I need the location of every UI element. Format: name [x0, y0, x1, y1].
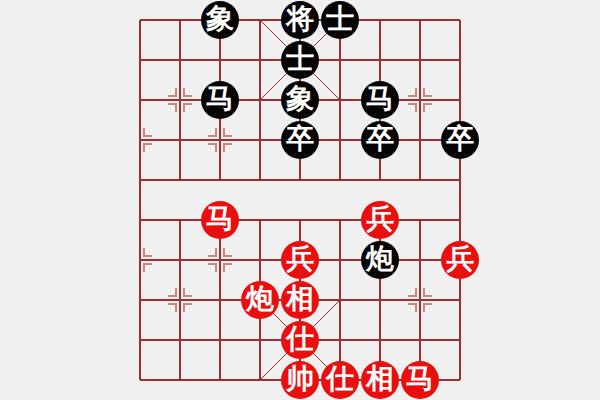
board-point: 炮 [240, 280, 280, 320]
piece-black-soldier[interactable]: 卒 [281, 121, 319, 159]
piece-black-advisor[interactable]: 士 [281, 41, 319, 79]
board-point: 士 [280, 40, 320, 80]
board-point: 兵 [280, 240, 320, 280]
piece-red-soldier[interactable]: 兵 [361, 201, 399, 239]
piece-black-advisor[interactable]: 士 [321, 1, 359, 39]
board-point: 相 [280, 280, 320, 320]
piece-black-elephant[interactable]: 象 [201, 1, 239, 39]
board-point: 将 [280, 0, 320, 40]
piece-red-elephant[interactable]: 相 [281, 281, 319, 319]
piece-red-elephant[interactable]: 相 [361, 361, 399, 399]
piece-red-soldier[interactable]: 兵 [281, 241, 319, 279]
board-point: 兵 [360, 200, 400, 240]
board-point: 相 [360, 360, 400, 400]
board-point: 仕 [320, 360, 360, 400]
board-point: 帅 [280, 360, 320, 400]
piece-red-horse[interactable]: 马 [201, 201, 239, 239]
piece-red-soldier[interactable]: 兵 [441, 241, 479, 279]
board-point: 仕 [280, 320, 320, 360]
board-point: 卒 [280, 120, 320, 160]
piece-black-soldier[interactable]: 卒 [441, 121, 479, 159]
board-point: 马 [360, 80, 400, 120]
board-point: 马 [400, 360, 440, 400]
board-point: 象 [200, 0, 240, 40]
xiangqi-board-screen: 象将士士马象马卒卒卒马兵兵炮兵炮相仕帅仕相马 [0, 0, 600, 400]
piece-black-elephant[interactable]: 象 [281, 81, 319, 119]
piece-red-general[interactable]: 帅 [281, 361, 319, 399]
piece-black-horse[interactable]: 马 [201, 81, 239, 119]
board-point: 士 [320, 0, 360, 40]
piece-red-advisor[interactable]: 仕 [321, 361, 359, 399]
board-point: 兵 [440, 240, 480, 280]
piece-red-advisor[interactable]: 仕 [281, 321, 319, 359]
board-point: 卒 [440, 120, 480, 160]
board-point: 马 [200, 80, 240, 120]
board-point: 卒 [360, 120, 400, 160]
piece-red-cannon[interactable]: 炮 [241, 281, 279, 319]
board-grid[interactable]: 象将士士马象马卒卒卒马兵兵炮兵炮相仕帅仕相马 [120, 0, 480, 400]
board-point: 马 [200, 200, 240, 240]
piece-black-general[interactable]: 将 [281, 1, 319, 39]
piece-black-soldier[interactable]: 卒 [361, 121, 399, 159]
piece-black-horse[interactable]: 马 [361, 81, 399, 119]
piece-black-cannon[interactable]: 炮 [361, 241, 399, 279]
board-point: 炮 [360, 240, 400, 280]
piece-red-horse[interactable]: 马 [401, 361, 439, 399]
board-point: 象 [280, 80, 320, 120]
